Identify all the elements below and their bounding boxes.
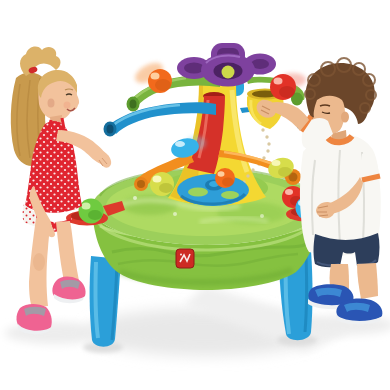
highlight [151, 73, 160, 80]
highlight [175, 141, 185, 147]
highlight [274, 78, 283, 85]
blue-spinner [177, 174, 249, 206]
girl-blush [64, 102, 71, 109]
spinner-cutout [221, 191, 239, 199]
sparkle [133, 196, 137, 200]
shading [278, 167, 292, 177]
green-track-hole [130, 100, 137, 109]
sparkle [260, 214, 264, 218]
top-wing-left-inner [184, 63, 204, 74]
bead [266, 149, 269, 152]
shading [222, 178, 234, 187]
highlight [218, 171, 225, 177]
knee-shading [33, 253, 45, 271]
spinner-cutout [188, 188, 208, 197]
girl-ear [48, 99, 55, 108]
shading [159, 183, 173, 193]
boy-leg-right [357, 263, 378, 299]
water-shade [217, 202, 287, 224]
bead [246, 174, 249, 177]
sparkle [173, 212, 177, 216]
bead [265, 135, 268, 138]
ball-in-funnel [222, 66, 235, 79]
bead [251, 168, 254, 171]
highlight [153, 176, 162, 183]
shading [279, 86, 295, 98]
highlight [285, 189, 293, 195]
product-photo-busy-ball-play-table [0, 0, 390, 390]
badge-dot [180, 254, 182, 256]
shading [155, 79, 171, 91]
blue-track-hole [107, 125, 114, 134]
bead [261, 128, 264, 131]
ramp-end-hole [137, 180, 145, 188]
shading [88, 210, 102, 220]
highlight [82, 203, 91, 210]
scene-canvas [0, 0, 390, 390]
boy-ear [341, 112, 349, 123]
bead [267, 142, 270, 145]
highlight [272, 160, 281, 166]
step2-logo-badge [176, 249, 194, 268]
shading [305, 255, 307, 332]
